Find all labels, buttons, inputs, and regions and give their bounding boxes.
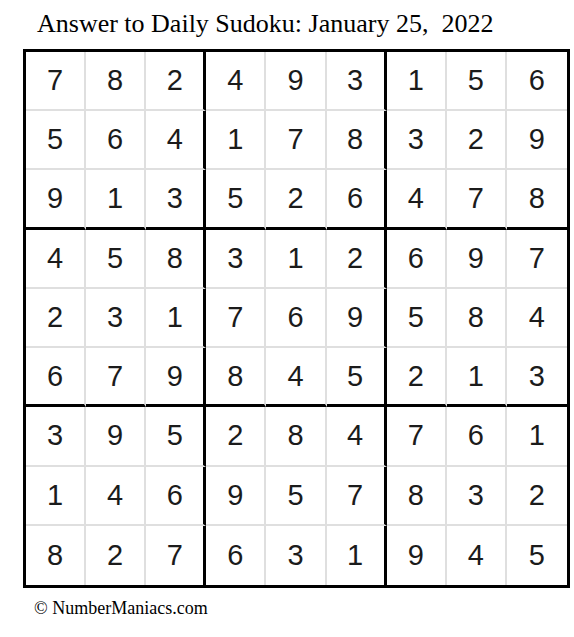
cell-r3c3: 3 xyxy=(146,170,206,229)
cell-r5c5: 6 xyxy=(266,289,326,348)
page-title: Answer to Daily Sudoku: January 25, 2022 xyxy=(37,9,493,39)
cell-r7c5: 8 xyxy=(266,407,326,466)
cell-r7c7: 7 xyxy=(387,407,447,466)
cell-r9c6: 1 xyxy=(327,526,387,585)
cell-r6c8: 1 xyxy=(447,348,507,407)
cell-r2c8: 2 xyxy=(447,111,507,170)
cell-r3c6: 6 xyxy=(327,170,387,229)
cell-r3c1: 9 xyxy=(26,170,86,229)
cell-r8c8: 3 xyxy=(447,467,507,526)
cell-r2c7: 3 xyxy=(387,111,447,170)
cell-r1c3: 2 xyxy=(146,52,206,111)
cell-r7c8: 6 xyxy=(447,407,507,466)
cell-r9c9: 5 xyxy=(507,526,567,585)
cell-r9c5: 3 xyxy=(266,526,326,585)
cell-r8c9: 2 xyxy=(507,467,567,526)
cell-r2c2: 6 xyxy=(86,111,146,170)
cell-r5c9: 4 xyxy=(507,289,567,348)
cell-r1c8: 5 xyxy=(447,52,507,111)
cell-r1c1: 7 xyxy=(26,52,86,111)
cell-r9c1: 8 xyxy=(26,526,86,585)
cell-r6c7: 2 xyxy=(387,348,447,407)
cell-r8c1: 1 xyxy=(26,467,86,526)
cell-r9c3: 7 xyxy=(146,526,206,585)
cell-r6c9: 3 xyxy=(507,348,567,407)
cell-r5c4: 7 xyxy=(206,289,266,348)
cell-r3c5: 2 xyxy=(266,170,326,229)
cell-r4c7: 6 xyxy=(387,230,447,289)
cell-r3c8: 7 xyxy=(447,170,507,229)
cell-r6c2: 7 xyxy=(86,348,146,407)
cell-r3c9: 8 xyxy=(507,170,567,229)
cell-r5c7: 5 xyxy=(387,289,447,348)
cell-r3c2: 1 xyxy=(86,170,146,229)
cell-r8c2: 4 xyxy=(86,467,146,526)
cell-r1c5: 9 xyxy=(266,52,326,111)
cell-r2c9: 9 xyxy=(507,111,567,170)
cell-r8c5: 5 xyxy=(266,467,326,526)
cell-r7c3: 5 xyxy=(146,407,206,466)
cell-r4c6: 2 xyxy=(327,230,387,289)
cell-r4c9: 7 xyxy=(507,230,567,289)
cell-r5c2: 3 xyxy=(86,289,146,348)
cell-r8c7: 8 xyxy=(387,467,447,526)
cell-r3c4: 5 xyxy=(206,170,266,229)
cell-r7c2: 9 xyxy=(86,407,146,466)
cell-r7c4: 2 xyxy=(206,407,266,466)
cell-r1c2: 8 xyxy=(86,52,146,111)
cell-r7c9: 1 xyxy=(507,407,567,466)
cell-r6c6: 5 xyxy=(327,348,387,407)
cell-r8c6: 7 xyxy=(327,467,387,526)
cell-r2c1: 5 xyxy=(26,111,86,170)
sudoku-board: 7824931565641783299135264784583126972317… xyxy=(23,49,570,588)
cell-r4c1: 4 xyxy=(26,230,86,289)
cell-r8c4: 9 xyxy=(206,467,266,526)
cell-r6c1: 6 xyxy=(26,348,86,407)
cell-r1c6: 3 xyxy=(327,52,387,111)
cell-r7c6: 4 xyxy=(327,407,387,466)
cell-r7c1: 3 xyxy=(26,407,86,466)
cell-r9c8: 4 xyxy=(447,526,507,585)
cell-r2c4: 1 xyxy=(206,111,266,170)
cell-r9c2: 2 xyxy=(86,526,146,585)
cell-r5c1: 2 xyxy=(26,289,86,348)
sudoku-answer-page: Answer to Daily Sudoku: January 25, 2022… xyxy=(0,0,574,637)
copyright-text: © NumberManiacs.com xyxy=(34,598,208,619)
cell-r6c4: 8 xyxy=(206,348,266,407)
cell-r4c2: 5 xyxy=(86,230,146,289)
cell-r5c8: 8 xyxy=(447,289,507,348)
cell-r9c4: 6 xyxy=(206,526,266,585)
cell-r5c6: 9 xyxy=(327,289,387,348)
cell-r6c5: 4 xyxy=(266,348,326,407)
cell-r1c7: 1 xyxy=(387,52,447,111)
cell-r5c3: 1 xyxy=(146,289,206,348)
cell-r4c3: 8 xyxy=(146,230,206,289)
cell-r3c7: 4 xyxy=(387,170,447,229)
cell-r4c5: 1 xyxy=(266,230,326,289)
cell-r6c3: 9 xyxy=(146,348,206,407)
cell-r1c4: 4 xyxy=(206,52,266,111)
cell-r2c5: 7 xyxy=(266,111,326,170)
cell-r9c7: 9 xyxy=(387,526,447,585)
cell-r4c8: 9 xyxy=(447,230,507,289)
cell-r4c4: 3 xyxy=(206,230,266,289)
cell-r2c3: 4 xyxy=(146,111,206,170)
cell-r1c9: 6 xyxy=(507,52,567,111)
cell-r2c6: 8 xyxy=(327,111,387,170)
cell-r8c3: 6 xyxy=(146,467,206,526)
